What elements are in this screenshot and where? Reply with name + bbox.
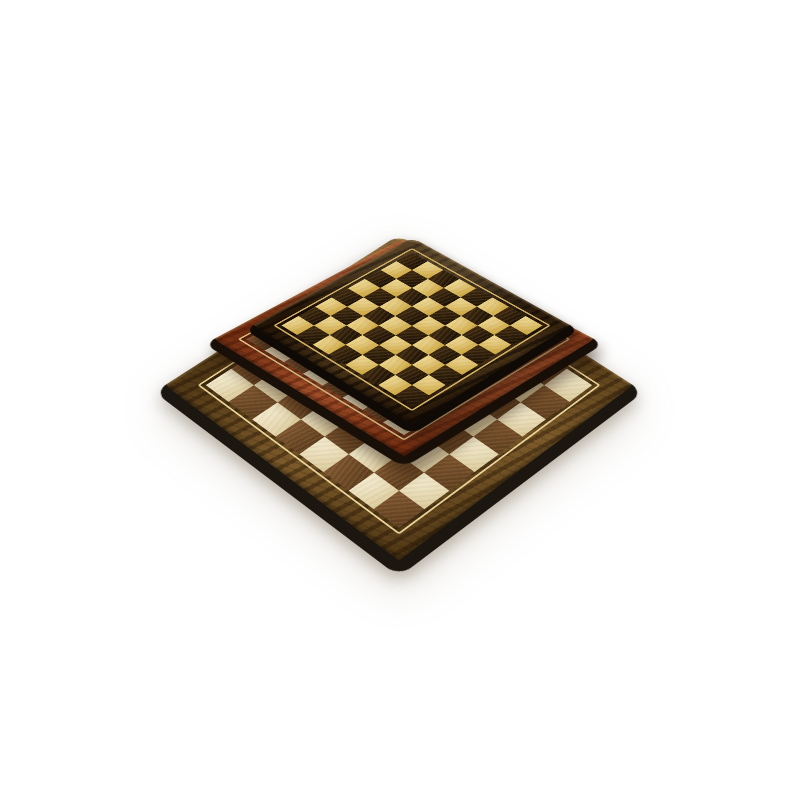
product-photo-stacked-chessboards [0,0,800,800]
